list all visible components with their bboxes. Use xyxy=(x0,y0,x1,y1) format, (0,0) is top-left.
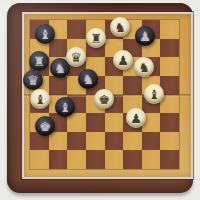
square-c3 xyxy=(67,113,86,132)
square-g1 xyxy=(142,150,161,169)
piece-black-bishop-c4: ♝ xyxy=(55,97,75,117)
piece-black-king-b3: ♚ xyxy=(35,116,55,136)
piece-white-knight-f8: ♞ xyxy=(110,17,130,37)
king-icon: ♚ xyxy=(39,119,51,132)
piece-white-queen-c6: ♛ xyxy=(66,47,86,67)
square-a1 xyxy=(30,150,49,169)
chess-set-photo: ♝♞♟♜♜♞♛♟♞♛♞♝♚♝♝♚♟ xyxy=(0,0,200,200)
bishop-icon: ♝ xyxy=(148,87,160,100)
pawn-icon: ♟ xyxy=(117,53,129,66)
square-f1 xyxy=(123,150,142,169)
piece-black-queen-a5: ♛ xyxy=(23,70,43,90)
piece-white-rook-d7: ♜ xyxy=(86,28,106,48)
pawn-icon: ♟ xyxy=(130,111,142,124)
knight-icon: ♞ xyxy=(114,20,126,33)
rook-icon: ♜ xyxy=(33,54,45,67)
king-icon: ♚ xyxy=(98,92,110,105)
square-d2 xyxy=(86,132,105,151)
queen-icon: ♛ xyxy=(70,50,82,63)
bishop-icon: ♝ xyxy=(59,100,71,113)
piece-white-pawn-g3: ♟ xyxy=(126,108,146,128)
piece-white-king-e4: ♚ xyxy=(94,89,114,109)
square-h1 xyxy=(160,150,179,169)
square-e2 xyxy=(105,132,124,151)
pawn-icon: ♟ xyxy=(139,29,151,42)
knight-icon: ♞ xyxy=(138,60,150,73)
square-c8 xyxy=(67,20,86,39)
square-d1 xyxy=(86,150,105,169)
piece-white-bishop-a4: ♝ xyxy=(30,89,50,109)
square-e1 xyxy=(105,150,124,169)
square-c2 xyxy=(67,132,86,151)
bishop-icon: ♝ xyxy=(39,27,51,40)
knight-icon: ♞ xyxy=(54,61,66,74)
square-f5 xyxy=(123,76,142,95)
queen-icon: ♛ xyxy=(27,73,39,86)
square-h2 xyxy=(160,132,179,151)
square-e3 xyxy=(105,113,124,132)
piece-black-rook-a6: ♜ xyxy=(29,51,49,71)
bishop-icon: ♝ xyxy=(34,92,46,105)
square-b2 xyxy=(49,132,68,151)
square-h6 xyxy=(160,57,179,76)
piece-black-pawn-g8: ♟ xyxy=(135,26,155,46)
piece-white-knight-g6: ♞ xyxy=(134,57,154,77)
square-b5 xyxy=(49,76,68,95)
square-c1 xyxy=(67,150,86,169)
piece-black-knight-d5: ♞ xyxy=(78,69,98,89)
piece-white-pawn-f6: ♟ xyxy=(113,50,133,70)
square-h8 xyxy=(160,20,179,39)
square-b1 xyxy=(49,150,68,169)
knight-icon: ♞ xyxy=(82,72,94,85)
square-h3 xyxy=(160,113,179,132)
piece-white-bishop-h4: ♝ xyxy=(144,84,164,104)
rook-icon: ♜ xyxy=(90,31,102,44)
square-d3 xyxy=(86,113,105,132)
piece-black-bishop-b8: ♝ xyxy=(35,24,55,44)
square-f2 xyxy=(123,132,142,151)
square-g2 xyxy=(142,132,161,151)
square-h7 xyxy=(160,39,179,58)
